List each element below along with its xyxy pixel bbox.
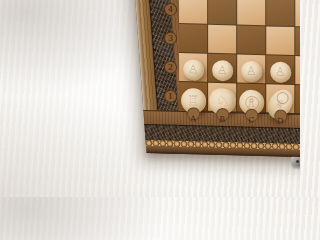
rank-label-4: 4: [164, 3, 177, 16]
file-label-text: A: [190, 114, 196, 123]
piece-glyph: ♙: [275, 66, 286, 78]
square-e1: [295, 85, 300, 114]
file-label-C: C: [237, 112, 265, 127]
file-label-text: B: [219, 115, 225, 124]
piece-wP-d2: ♙: [270, 61, 291, 83]
square-c3: [237, 26, 265, 55]
square-e2: [295, 56, 300, 85]
scene: { "game": "chess", "scene": { "descripti…: [0, 0, 300, 197]
square-c4: [237, 0, 265, 25]
board-play-area: ♙♙♙♙♖♘♗♕ 4321 ABCDE: [133, 0, 300, 158]
square-b4: [208, 0, 236, 25]
metal-clasp: [291, 157, 300, 166]
piece-wP-b2: ♙: [212, 59, 233, 81]
square-b2: ♙: [208, 54, 236, 83]
piece-glyph: ♗: [245, 95, 258, 109]
rank-label-1: 1: [164, 90, 177, 103]
square-a4: [179, 0, 207, 24]
square-b3: [208, 25, 236, 54]
piece-glyph: ♖: [187, 93, 200, 107]
piece-wP-c2: ♙: [241, 60, 262, 82]
square-d3: [266, 26, 294, 55]
piece-glyph: ♙: [217, 64, 228, 76]
piece-glyph: ♙: [188, 63, 199, 75]
square-d2: ♙: [266, 55, 294, 84]
file-label-B: B: [208, 112, 236, 127]
file-label-text: D: [277, 116, 283, 125]
chess-board: ♙♙♙♙♖♘♗♕ 4321 ABCDE: [133, 0, 300, 158]
piece-wP-a2: ♙: [183, 59, 204, 81]
file-label-E: E: [295, 114, 300, 129]
square-e3: [295, 27, 300, 56]
piece-glyph: ♙: [246, 65, 257, 77]
rank-label-3: 3: [164, 32, 177, 45]
file-label-A: A: [179, 111, 207, 126]
square-d4: [266, 0, 294, 26]
square-a2: ♙: [179, 53, 207, 82]
rank-label-2: 2: [164, 61, 177, 74]
square-e4: [295, 0, 300, 27]
file-label-D: D: [266, 113, 294, 128]
square-a3: [179, 24, 207, 53]
file-label-text: C: [248, 116, 254, 125]
square-c2: ♙: [237, 55, 265, 84]
board-grid: ♙♙♙♙♖♘♗♕: [179, 0, 300, 114]
